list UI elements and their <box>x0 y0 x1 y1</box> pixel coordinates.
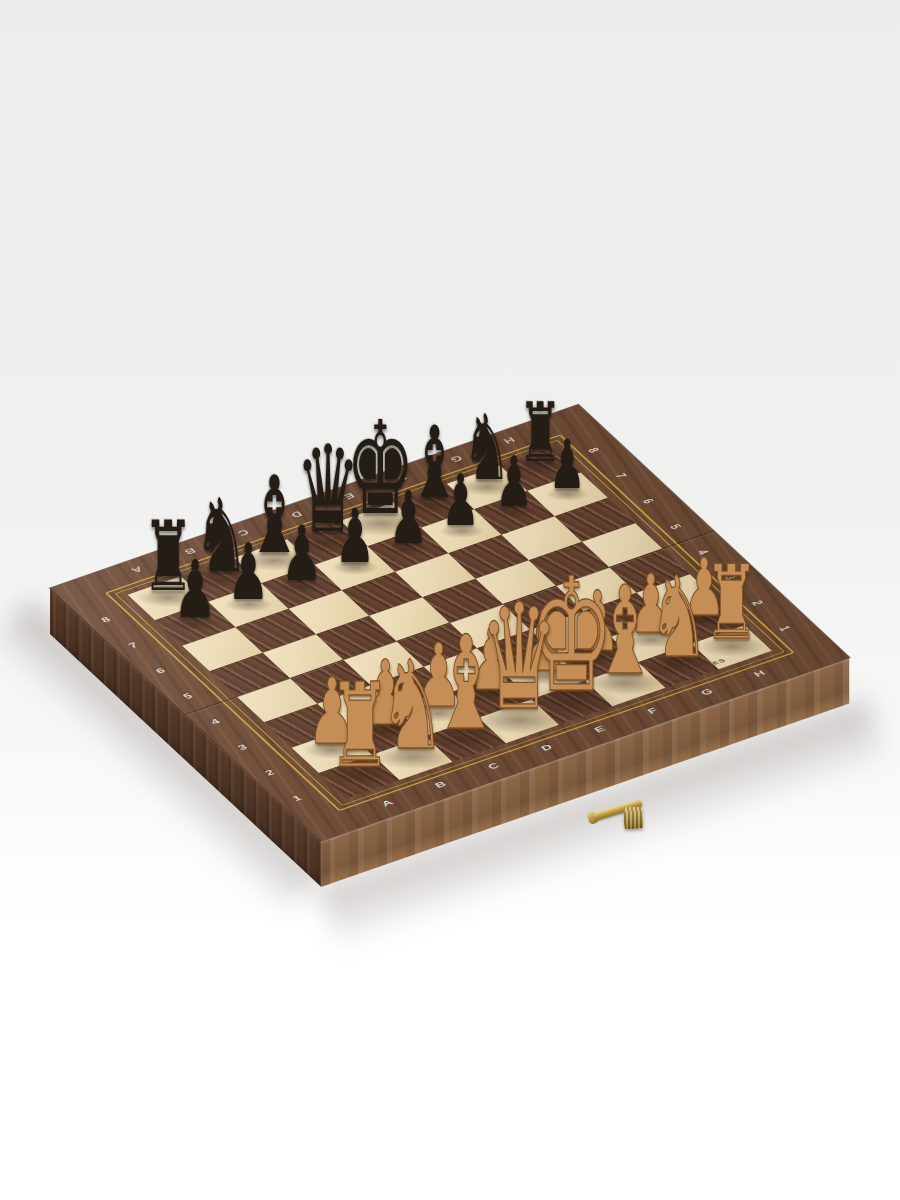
rank-label-left-3: 3 <box>235 742 249 751</box>
rank-label-right-7: 7 <box>612 471 630 479</box>
rank-label-left-7: 7 <box>126 640 140 649</box>
brass-latch <box>588 784 672 855</box>
piece-black-pawn-h7[interactable]: ♟ <box>545 431 590 499</box>
file-label-front-d: D <box>538 742 554 752</box>
file-label-front-c: C <box>485 761 501 771</box>
rank-label-left-4: 4 <box>208 717 222 726</box>
rank-label-left-2: 2 <box>262 768 276 777</box>
piece-black-pawn-a7[interactable]: ♟ <box>169 550 222 630</box>
piece-black-pawn-d7[interactable]: ♟ <box>330 499 380 574</box>
photo-backdrop: 8877665544332211AABBCCDDEEFFGGHH WOODGAM… <box>0 0 900 1200</box>
piece-black-pawn-e7[interactable]: ♟ <box>384 482 433 555</box>
rank-label-left-8: 8 <box>98 615 112 624</box>
piece-black-pawn-c7[interactable]: ♟ <box>276 516 327 592</box>
piece-white-rook-a1[interactable]: ♜ <box>320 668 398 785</box>
file-label-front-a: A <box>379 798 395 808</box>
piece-black-pawn-f7[interactable]: ♟ <box>437 465 485 536</box>
file-label-front-h: H <box>751 669 767 679</box>
latch-hook-icon <box>623 806 643 829</box>
rank-label-right-5: 5 <box>667 522 685 530</box>
rank-label-right-6: 6 <box>640 497 658 505</box>
file-label-front-f: F <box>645 706 660 715</box>
piece-black-pawn-b7[interactable]: ♟ <box>222 533 274 611</box>
rank-label-right-1: 1 <box>776 624 794 632</box>
rank-label-left-1: 1 <box>290 793 304 802</box>
rank-label-left-5: 5 <box>180 691 194 700</box>
file-label-front-g: G <box>698 687 715 697</box>
rank-label-left-6: 6 <box>153 666 167 675</box>
file-label-front-b: B <box>432 779 448 789</box>
piece-black-pawn-g7[interactable]: ♟ <box>491 448 537 518</box>
